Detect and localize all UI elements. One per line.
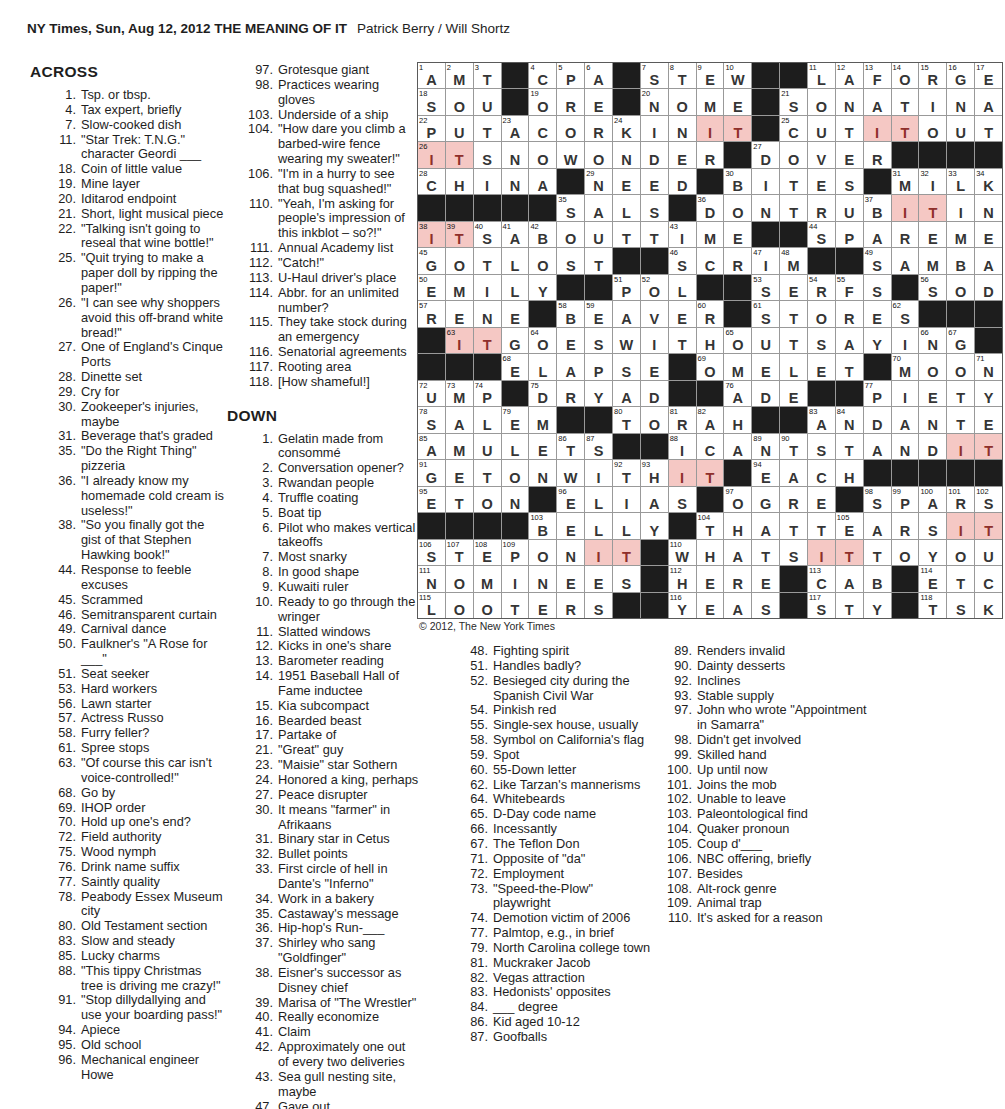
clue-text: Single-sex house, usually bbox=[488, 718, 638, 733]
cell-letter: S bbox=[808, 337, 835, 353]
cell-r4-c7: O bbox=[585, 142, 612, 167]
cell-letter: A bbox=[864, 443, 891, 459]
cell-letter: D bbox=[864, 417, 891, 433]
clue-item-19: 19.Mine layer bbox=[30, 177, 227, 192]
cell-letter: N bbox=[752, 443, 779, 459]
clue-text: Slow and steady bbox=[76, 934, 175, 949]
cell-r1-c7: 6A bbox=[585, 63, 612, 88]
cell-letter: U bbox=[752, 337, 779, 353]
clue-text: Response to feeble excuses bbox=[76, 563, 227, 593]
across-clue-list-97-118: 97.Grotesque giant98.Practices wearing g… bbox=[227, 63, 419, 390]
cell-r6-c16: U bbox=[836, 195, 863, 220]
cell-letter: S bbox=[752, 311, 779, 327]
clue-item-56: 56.Lawn starter bbox=[30, 697, 227, 712]
clue-number: 9. bbox=[227, 580, 273, 595]
cell-r20-c2: O bbox=[446, 566, 473, 591]
cell-letter: D bbox=[919, 443, 946, 459]
clue-item-101: 101.Joins the mob bbox=[650, 778, 869, 793]
clue-text: [How shameful!] bbox=[273, 375, 370, 390]
cell-r15-c1: 85A bbox=[418, 434, 445, 459]
clue-text: The Teflon Don bbox=[488, 837, 580, 852]
cell-letter: S bbox=[418, 99, 445, 115]
cell-r7-c10: 43I bbox=[669, 222, 696, 247]
cell-number: 91 bbox=[419, 460, 427, 469]
cell-number: 13 bbox=[865, 63, 873, 72]
cell-r11-c3: T bbox=[474, 328, 501, 353]
clue-number: 106. bbox=[227, 167, 273, 197]
cell-letter: W bbox=[724, 72, 751, 88]
cell-letter: K bbox=[975, 178, 1002, 194]
cell-letter: M bbox=[892, 364, 919, 380]
cell-r4-c17: R bbox=[864, 142, 891, 167]
down-clues-column-3: 89.Renders invalid90.Dainty desserts92.I… bbox=[650, 644, 869, 926]
cell-letter: A bbox=[780, 470, 807, 486]
cell-number: 4 bbox=[530, 63, 534, 72]
clue-item-107: 107.Besides bbox=[650, 867, 869, 882]
clue-number: 80. bbox=[30, 919, 76, 934]
cell-r3-c1: 22P bbox=[418, 116, 445, 141]
clue-item-79: 79.North Carolina college town bbox=[446, 941, 653, 956]
cell-r4-c4: N bbox=[502, 142, 529, 167]
cell-r11-c7: S bbox=[585, 328, 612, 353]
cell-r18-c12: H bbox=[724, 513, 751, 538]
clue-number: 76. bbox=[30, 860, 76, 875]
clue-text: Apiece bbox=[76, 1023, 120, 1038]
cell-letter: T bbox=[780, 337, 807, 353]
cell-r3-c10: N bbox=[669, 116, 696, 141]
clue-text: Tsp. or tbsp. bbox=[76, 88, 151, 103]
clue-number: 97. bbox=[227, 63, 273, 78]
cell-letter: O bbox=[641, 284, 668, 300]
cell-r2-c6: R bbox=[557, 89, 584, 114]
cell-letter: U bbox=[418, 390, 445, 406]
clue-number: 115. bbox=[227, 315, 273, 345]
cell-letter: A bbox=[836, 576, 863, 592]
cell-r12-c13: E bbox=[752, 354, 779, 379]
cell-r3-c14: 25C bbox=[780, 116, 807, 141]
clue-text: Like Tarzan's mannerisms bbox=[488, 778, 640, 793]
cell-r2-c9: 20N bbox=[641, 89, 668, 114]
cell-letter: A bbox=[585, 72, 612, 88]
cell-letter: E bbox=[780, 390, 807, 406]
cell-r5-c9: E bbox=[641, 169, 668, 194]
cell-letter: A bbox=[724, 390, 751, 406]
clue-item-26: 26."I can see why shoppers avoid this of… bbox=[30, 296, 227, 341]
cell-letter: A bbox=[724, 549, 751, 565]
clue-number: 92. bbox=[650, 674, 692, 689]
cell-r16-c6: W bbox=[557, 460, 584, 485]
cell-r6-c7: A bbox=[585, 195, 612, 220]
clue-number: 54. bbox=[446, 703, 488, 718]
cell-r21-c1: 115L bbox=[418, 593, 445, 618]
cell-number: 17 bbox=[976, 63, 984, 72]
cell-letter: R bbox=[919, 72, 946, 88]
cell-letter: I bbox=[947, 205, 974, 221]
black-cell-r9-c7 bbox=[585, 275, 612, 300]
cell-number: 36 bbox=[698, 195, 706, 204]
clue-text: Old school bbox=[76, 1038, 141, 1053]
clue-item-21: 21.Short, light musical piece bbox=[30, 207, 227, 222]
cell-letter: E bbox=[529, 443, 556, 459]
cell-letter: T bbox=[836, 364, 863, 380]
cell-r5-c21: 34K bbox=[975, 169, 1002, 194]
clue-item-33: 33.First circle of hell in Dante's "Infe… bbox=[227, 862, 419, 892]
cell-letter: V bbox=[641, 311, 668, 327]
cell-letter: O bbox=[474, 496, 501, 512]
cell-letter: G bbox=[752, 496, 779, 512]
cell-letter: A bbox=[418, 72, 445, 88]
cell-r19-c10: 110W bbox=[669, 540, 696, 565]
black-cell-r7-c14 bbox=[780, 222, 807, 247]
clue-item-111: 111.Annual Academy list bbox=[227, 241, 419, 256]
cell-r18-c13: A bbox=[752, 513, 779, 538]
cell-letter: B bbox=[724, 178, 751, 194]
cell-letter: T bbox=[613, 417, 640, 433]
clue-item-115: 115.They take stock during an emergency bbox=[227, 315, 419, 345]
clue-text: Grotesque giant bbox=[273, 63, 369, 78]
cell-letter: E bbox=[697, 602, 724, 618]
cell-r17-c19: 100A bbox=[919, 487, 946, 512]
cell-letter: D bbox=[641, 152, 668, 168]
cell-letter: U bbox=[975, 549, 1002, 565]
cell-letter: S bbox=[613, 364, 640, 380]
cell-letter: N bbox=[975, 205, 1002, 221]
cell-r5-c3: I bbox=[474, 169, 501, 194]
cell-letter: S bbox=[752, 602, 779, 618]
clue-text: Alt-rock genre bbox=[692, 882, 777, 897]
cell-number: 25 bbox=[781, 116, 789, 125]
cell-letter: A bbox=[613, 311, 640, 327]
cell-r13-c13: D bbox=[752, 381, 779, 406]
clue-item-39: 39.Marisa of "The Wrestler" bbox=[227, 996, 419, 1011]
cell-letter: S bbox=[864, 284, 891, 300]
cell-number: 22 bbox=[419, 116, 427, 125]
clue-number: 61. bbox=[30, 741, 76, 756]
cell-letter: A bbox=[585, 205, 612, 221]
clue-item-16: 16.Bearded beast bbox=[227, 714, 419, 729]
cell-number: 90 bbox=[781, 434, 789, 443]
cell-letter: O bbox=[808, 311, 835, 327]
cell-number: 12 bbox=[837, 63, 845, 72]
cell-r9-c20: O bbox=[947, 275, 974, 300]
clue-item-88: 88."This tippy Christmas tree is driving… bbox=[30, 964, 227, 994]
cell-r10-c4: E bbox=[502, 301, 529, 326]
cell-letter: O bbox=[724, 205, 751, 221]
cell-number: 5 bbox=[558, 63, 562, 72]
clue-item-78: 78.Peabody Essex Museum city bbox=[30, 890, 227, 920]
clue-number: 6. bbox=[227, 521, 273, 551]
cell-letter: D bbox=[697, 205, 724, 221]
cell-letter: E bbox=[613, 178, 640, 194]
cell-letter: L bbox=[613, 205, 640, 221]
cell-letter: Y bbox=[529, 284, 556, 300]
clue-text: Rwandan people bbox=[273, 476, 374, 491]
clue-text: Demotion victim of 2006 bbox=[488, 911, 630, 926]
cell-r12-c15: E bbox=[808, 354, 835, 379]
clue-text: They take stock during an emergency bbox=[273, 315, 419, 345]
cell-letter: N bbox=[529, 470, 556, 486]
clue-text: Sea gull nesting site, maybe bbox=[273, 1070, 419, 1100]
cell-r3-c4: 23A bbox=[502, 116, 529, 141]
black-cell-r11-c1 bbox=[418, 328, 445, 353]
cell-r9-c4: L bbox=[502, 275, 529, 300]
clue-number: 114. bbox=[227, 286, 273, 316]
clue-number: 87. bbox=[446, 1030, 488, 1045]
cell-number: 31 bbox=[893, 169, 901, 178]
cell-letter: U bbox=[585, 231, 612, 247]
cell-letter: O bbox=[669, 99, 696, 115]
cell-letter: L bbox=[502, 258, 529, 274]
cell-number: 92 bbox=[614, 460, 622, 469]
cell-letter: S bbox=[669, 496, 696, 512]
cell-r17-c8: I bbox=[613, 487, 640, 512]
clue-number: 91. bbox=[30, 993, 76, 1023]
clue-item-105: 105.Coup d'___ bbox=[650, 837, 869, 852]
cell-letter: R bbox=[585, 125, 612, 141]
clue-text: Kia subcompact bbox=[273, 699, 369, 714]
cell-r4-c10: E bbox=[669, 142, 696, 167]
cell-letter: O bbox=[919, 125, 946, 141]
across-clues-column-2: 97.Grotesque giant98.Practices wearing g… bbox=[227, 63, 419, 1109]
clue-text: Field authority bbox=[76, 830, 161, 845]
cell-r15-c17: A bbox=[864, 434, 891, 459]
clue-text: Semitransparent curtain bbox=[76, 608, 217, 623]
cell-r10-c16: R bbox=[836, 301, 863, 326]
clue-number: 86. bbox=[446, 1015, 488, 1030]
cell-r14-c3: L bbox=[474, 407, 501, 432]
cell-letter: S bbox=[557, 205, 584, 221]
cell-r17-c7: L bbox=[585, 487, 612, 512]
cell-r12-c7: P bbox=[585, 354, 612, 379]
cell-r9-c8: 51P bbox=[613, 275, 640, 300]
cell-letter: P bbox=[864, 390, 891, 406]
cell-letter: E bbox=[502, 417, 529, 433]
cell-r6-c20: I bbox=[947, 195, 974, 220]
cell-letter: E bbox=[418, 284, 445, 300]
cell-r3-c18: T bbox=[892, 116, 919, 141]
cell-letter: C bbox=[975, 576, 1002, 592]
clue-number: 37. bbox=[227, 936, 273, 966]
cell-r15-c16: T bbox=[836, 434, 863, 459]
cell-letter: T bbox=[836, 549, 863, 565]
cell-r3-c15: U bbox=[808, 116, 835, 141]
clue-number: 27. bbox=[30, 340, 76, 370]
clue-item-118: 118.[How shameful!] bbox=[227, 375, 419, 390]
cell-letter: U bbox=[446, 125, 473, 141]
cell-letter: E bbox=[752, 470, 779, 486]
cell-letter: S bbox=[474, 152, 501, 168]
cell-letter: A bbox=[418, 443, 445, 459]
cell-letter: E bbox=[975, 72, 1002, 88]
clue-item-110: 110.It's asked for a reason bbox=[650, 911, 869, 926]
cell-letter: F bbox=[864, 72, 891, 88]
cell-letter: O bbox=[529, 549, 556, 565]
cell-letter: N bbox=[502, 178, 529, 194]
cell-letter: R bbox=[418, 311, 445, 327]
cell-letter: E bbox=[557, 523, 584, 539]
cell-letter: O bbox=[529, 337, 556, 353]
clue-number: 83. bbox=[30, 934, 76, 949]
clue-number: 65. bbox=[446, 807, 488, 822]
cell-number: 51 bbox=[614, 275, 622, 284]
cell-r7-c4: 41A bbox=[502, 222, 529, 247]
cell-letter: R bbox=[947, 496, 974, 512]
clue-number: 99. bbox=[650, 748, 692, 763]
cell-number: 35 bbox=[558, 195, 566, 204]
cell-letter: S bbox=[669, 258, 696, 274]
cell-r7-c12: E bbox=[724, 222, 751, 247]
cell-letter: T bbox=[808, 523, 835, 539]
clue-text: "Maisie" star Sothern bbox=[273, 758, 397, 773]
cell-r10-c14: T bbox=[780, 301, 807, 326]
cell-r1-c12: 10W bbox=[724, 63, 751, 88]
cell-letter: C bbox=[697, 443, 724, 459]
cell-r21-c21: K bbox=[975, 593, 1002, 618]
clue-text: In good shape bbox=[273, 565, 359, 580]
clue-item-59: 59.Spot bbox=[446, 748, 653, 763]
black-cell-r8-c8 bbox=[613, 248, 640, 273]
cell-r14-c17: D bbox=[864, 407, 891, 432]
cell-letter: U bbox=[474, 443, 501, 459]
clue-item-46: 46.Semitransparent curtain bbox=[30, 608, 227, 623]
cell-letter: I bbox=[641, 125, 668, 141]
cell-r1-c9: 7S bbox=[641, 63, 668, 88]
cell-letter: S bbox=[892, 311, 919, 327]
cell-number: 65 bbox=[725, 328, 733, 337]
cell-r5-c15: E bbox=[808, 169, 835, 194]
cell-letter: C bbox=[808, 576, 835, 592]
black-cell-r14-c13 bbox=[752, 407, 779, 432]
clue-number: 111. bbox=[227, 241, 273, 256]
cell-letter: P bbox=[836, 231, 863, 247]
clue-number: 116. bbox=[227, 345, 273, 360]
cell-letter: M bbox=[474, 576, 501, 592]
clue-item-20: 20.Iditarod endpoint bbox=[30, 192, 227, 207]
clue-text: Hip-hop's Run-___ bbox=[273, 921, 384, 936]
cell-r10-c2: E bbox=[446, 301, 473, 326]
cell-r18-c5: 103B bbox=[529, 513, 556, 538]
cell-number: 97 bbox=[725, 487, 733, 496]
cell-r3-c16: T bbox=[836, 116, 863, 141]
clue-number: 72. bbox=[446, 867, 488, 882]
cell-letter: O bbox=[446, 99, 473, 115]
black-cell-r12-c3 bbox=[474, 354, 501, 379]
clue-number: 10. bbox=[227, 595, 273, 625]
clue-text: Truffle coating bbox=[273, 491, 358, 506]
cell-letter: D bbox=[752, 152, 779, 168]
clue-item-7: 7.Most snarky bbox=[227, 550, 419, 565]
clue-number: 41. bbox=[227, 1025, 273, 1040]
cell-number: 85 bbox=[419, 434, 427, 443]
clue-number: 15. bbox=[227, 699, 273, 714]
clue-number: 117. bbox=[227, 360, 273, 375]
cell-letter: Y bbox=[669, 602, 696, 618]
cell-r20-c3: M bbox=[474, 566, 501, 591]
cell-letter: O bbox=[919, 364, 946, 380]
clue-item-9: 9.Kuwaiti ruler bbox=[227, 580, 419, 595]
clue-number: 43. bbox=[227, 1070, 273, 1100]
cell-letter: O bbox=[892, 549, 919, 565]
cell-letter: E bbox=[752, 364, 779, 380]
clue-item-100: 100.Up until now bbox=[650, 763, 869, 778]
clue-text: Underside of a ship bbox=[273, 108, 388, 123]
clue-item-112: 112."Catch!" bbox=[227, 256, 419, 271]
cell-letter: R bbox=[808, 284, 835, 300]
clue-text: Mechanical engineer Howe bbox=[76, 1053, 227, 1083]
clue-number: 83. bbox=[446, 985, 488, 1000]
clue-item-73: 73."Speed-the-Plow" playwright bbox=[446, 882, 653, 912]
clue-text: Whitebeards bbox=[488, 792, 565, 807]
black-cell-r21-c14 bbox=[780, 593, 807, 618]
clue-item-69: 69.IHOP order bbox=[30, 801, 227, 816]
clue-item-18: 18.Coin of little value bbox=[30, 162, 227, 177]
black-cell-r4-c19 bbox=[919, 142, 946, 167]
cell-r7-c6: O bbox=[557, 222, 584, 247]
cell-r9-c9: 52O bbox=[641, 275, 668, 300]
cell-letter: M bbox=[446, 443, 473, 459]
cell-letter: T bbox=[780, 523, 807, 539]
cell-letter: I bbox=[418, 231, 445, 247]
black-cell-r4-c12 bbox=[724, 142, 751, 167]
cell-letter: M bbox=[529, 417, 556, 433]
clue-item-70: 70.Hold up one's end? bbox=[30, 815, 227, 830]
cell-r4-c8: N bbox=[613, 142, 640, 167]
cell-r21-c7: S bbox=[585, 593, 612, 618]
clue-item-12: 12.Kicks in one's share bbox=[227, 639, 419, 654]
cell-r9-c13: 53S bbox=[752, 275, 779, 300]
clue-text: Rooting area bbox=[273, 360, 351, 375]
cell-r18-c7: L bbox=[585, 513, 612, 538]
cell-r8-c2: O bbox=[446, 248, 473, 273]
cell-r17-c14: R bbox=[780, 487, 807, 512]
cell-r19-c20: O bbox=[947, 540, 974, 565]
black-cell-r20-c9 bbox=[641, 566, 668, 591]
cell-r13-c1: 72U bbox=[418, 381, 445, 406]
cell-letter: D bbox=[669, 178, 696, 194]
cell-number: 87 bbox=[586, 434, 594, 443]
black-cell-r16-c17 bbox=[864, 460, 891, 485]
clue-number: 98. bbox=[650, 733, 692, 748]
cell-r11-c6: E bbox=[557, 328, 584, 353]
cell-number: 55 bbox=[837, 275, 845, 284]
clue-number: 45. bbox=[30, 593, 76, 608]
clue-number: 105. bbox=[650, 837, 692, 852]
cell-letter: R bbox=[557, 99, 584, 115]
clue-number: 23. bbox=[227, 758, 273, 773]
cell-number: 76 bbox=[725, 381, 733, 390]
cell-r11-c19: 66N bbox=[919, 328, 946, 353]
cell-letter: I bbox=[613, 496, 640, 512]
cell-r4-c16: E bbox=[836, 142, 863, 167]
cell-r13-c6: R bbox=[557, 381, 584, 406]
cell-letter: T bbox=[836, 125, 863, 141]
clue-text: Bearded beast bbox=[273, 714, 361, 729]
clue-number: 95. bbox=[30, 1038, 76, 1053]
clue-item-98: 98.Didn't get involved bbox=[650, 733, 869, 748]
clue-number: 51. bbox=[446, 659, 488, 674]
clue-item-65: 65.D-Day code name bbox=[446, 807, 653, 822]
clue-text: Gelatin made from consommé bbox=[273, 432, 419, 462]
cell-letter: P bbox=[502, 549, 529, 565]
cell-letter: E bbox=[919, 576, 946, 592]
cell-r21-c20: S bbox=[947, 593, 974, 618]
cell-letter: H bbox=[724, 417, 751, 433]
cell-letter: A bbox=[724, 443, 751, 459]
clue-text: One of England's Cinque Ports bbox=[76, 340, 227, 370]
cell-r20-c12: R bbox=[724, 566, 751, 591]
cell-r3-c3: T bbox=[474, 116, 501, 141]
cell-r7-c2: 39T bbox=[446, 222, 473, 247]
